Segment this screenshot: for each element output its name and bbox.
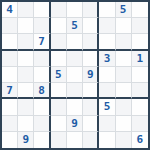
cell-r5c8[interactable] <box>116 67 132 83</box>
cell-r2c2[interactable] <box>18 18 34 34</box>
cell-r7c7: 5 <box>99 99 115 115</box>
cell-r4c2[interactable] <box>18 51 34 67</box>
given-digit: 9 <box>23 134 30 145</box>
cell-r9c2: 9 <box>18 132 34 148</box>
cell-r3c8[interactable] <box>116 34 132 50</box>
cell-r7c6[interactable] <box>83 99 99 115</box>
given-digit: 6 <box>137 134 144 145</box>
cell-r1c5[interactable] <box>67 2 83 18</box>
cell-r9c7[interactable] <box>99 132 115 148</box>
given-digit: 1 <box>137 53 144 64</box>
cell-r6c3: 8 <box>34 83 50 99</box>
cell-r1c1: 4 <box>2 2 18 18</box>
cell-r7c4[interactable] <box>51 99 67 115</box>
given-digit: 9 <box>71 118 78 129</box>
given-digit: 5 <box>55 69 62 80</box>
cell-r8c5: 9 <box>67 116 83 132</box>
cell-r6c2[interactable] <box>18 83 34 99</box>
cell-r4c6[interactable] <box>83 51 99 67</box>
given-digit: 7 <box>38 36 45 47</box>
cell-r9c8[interactable] <box>116 132 132 148</box>
cell-r6c7[interactable] <box>99 83 115 99</box>
cell-r9c4[interactable] <box>51 132 67 148</box>
cell-r8c9[interactable] <box>132 116 148 132</box>
cell-r8c3[interactable] <box>34 116 50 132</box>
sudoku-board: 45573159785996 <box>0 0 150 150</box>
cell-r9c3[interactable] <box>34 132 50 148</box>
cell-r5c9[interactable] <box>132 67 148 83</box>
cell-r1c3[interactable] <box>34 2 50 18</box>
cell-r6c4[interactable] <box>51 83 67 99</box>
cell-r7c2[interactable] <box>18 99 34 115</box>
cell-r1c6[interactable] <box>83 2 99 18</box>
cell-r7c1[interactable] <box>2 99 18 115</box>
given-digit: 7 <box>6 85 13 96</box>
cell-r1c7[interactable] <box>99 2 115 18</box>
cell-r6c5[interactable] <box>67 83 83 99</box>
cell-r1c8: 5 <box>116 2 132 18</box>
cell-r4c4[interactable] <box>51 51 67 67</box>
given-digit: 5 <box>104 101 111 112</box>
cell-r5c5[interactable] <box>67 67 83 83</box>
cell-r5c6: 9 <box>83 67 99 83</box>
cell-r1c4[interactable] <box>51 2 67 18</box>
cell-r9c5[interactable] <box>67 132 83 148</box>
cell-r6c6[interactable] <box>83 83 99 99</box>
cell-r3c5[interactable] <box>67 34 83 50</box>
cell-r6c1: 7 <box>2 83 18 99</box>
cell-r8c2[interactable] <box>18 116 34 132</box>
cell-r2c5: 5 <box>67 18 83 34</box>
cell-r2c8[interactable] <box>116 18 132 34</box>
cell-r1c9[interactable] <box>132 2 148 18</box>
cell-r3c1[interactable] <box>2 34 18 50</box>
cell-r4c9: 1 <box>132 51 148 67</box>
given-digit: 5 <box>120 4 127 15</box>
cell-r1c2[interactable] <box>18 2 34 18</box>
cell-r7c5[interactable] <box>67 99 83 115</box>
cell-r2c6[interactable] <box>83 18 99 34</box>
cell-r2c7[interactable] <box>99 18 115 34</box>
given-digit: 8 <box>38 85 45 96</box>
cell-r4c3[interactable] <box>34 51 50 67</box>
cell-r7c3[interactable] <box>34 99 50 115</box>
cell-r2c1[interactable] <box>2 18 18 34</box>
cell-r9c6[interactable] <box>83 132 99 148</box>
cell-r3c6[interactable] <box>83 34 99 50</box>
cell-r2c3[interactable] <box>34 18 50 34</box>
cell-r8c8[interactable] <box>116 116 132 132</box>
cell-r3c3: 7 <box>34 34 50 50</box>
given-digit: 5 <box>71 20 78 31</box>
cell-r9c9: 6 <box>132 132 148 148</box>
cell-r8c6[interactable] <box>83 116 99 132</box>
cell-r4c1[interactable] <box>2 51 18 67</box>
cell-r9c1[interactable] <box>2 132 18 148</box>
cell-r4c5[interactable] <box>67 51 83 67</box>
cell-r5c2[interactable] <box>18 67 34 83</box>
given-digit: 9 <box>87 69 94 80</box>
cell-r3c4[interactable] <box>51 34 67 50</box>
cell-r3c9[interactable] <box>132 34 148 50</box>
cell-r8c7[interactable] <box>99 116 115 132</box>
cell-r2c4[interactable] <box>51 18 67 34</box>
cell-r2c9[interactable] <box>132 18 148 34</box>
given-digit: 3 <box>104 53 111 64</box>
cell-r6c8[interactable] <box>116 83 132 99</box>
cell-r3c7[interactable] <box>99 34 115 50</box>
cell-r8c1[interactable] <box>2 116 18 132</box>
cell-r4c7: 3 <box>99 51 115 67</box>
cell-r5c1[interactable] <box>2 67 18 83</box>
cell-r4c8[interactable] <box>116 51 132 67</box>
cell-r7c8[interactable] <box>116 99 132 115</box>
cell-r7c9[interactable] <box>132 99 148 115</box>
cell-r3c2[interactable] <box>18 34 34 50</box>
cell-r5c7[interactable] <box>99 67 115 83</box>
cell-r6c9[interactable] <box>132 83 148 99</box>
cell-r5c4: 5 <box>51 67 67 83</box>
cell-r5c3[interactable] <box>34 67 50 83</box>
cell-r8c4[interactable] <box>51 116 67 132</box>
given-digit: 4 <box>6 4 13 15</box>
